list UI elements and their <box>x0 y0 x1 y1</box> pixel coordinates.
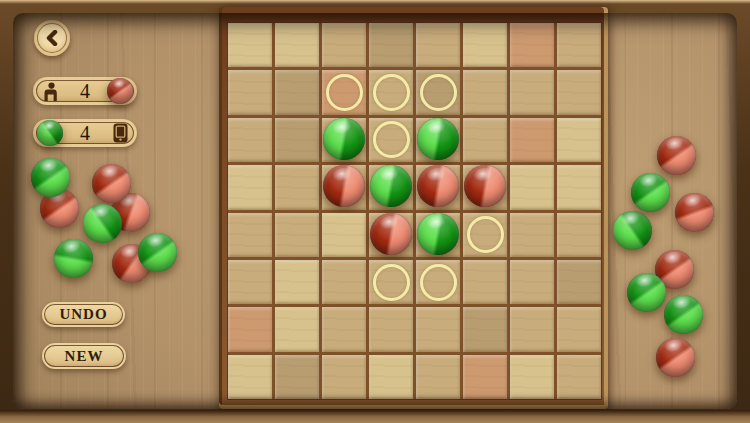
green-piece <box>664 295 703 334</box>
cell-h2[interactable] <box>557 70 601 114</box>
cell-g6[interactable] <box>510 260 554 304</box>
player-score-pill: 4 <box>33 77 137 105</box>
cell-b3[interactable] <box>275 118 319 162</box>
cell-b1[interactable] <box>275 23 319 67</box>
cell-d4[interactable] <box>369 165 413 209</box>
cell-h4[interactable] <box>557 165 601 209</box>
cell-e2[interactable] <box>416 70 460 114</box>
cell-d6[interactable] <box>369 260 413 304</box>
red-piece <box>417 165 459 207</box>
cell-b7[interactable] <box>275 307 319 351</box>
back-button[interactable] <box>34 20 70 56</box>
cell-h7[interactable] <box>557 307 601 351</box>
cell-g1[interactable] <box>510 23 554 67</box>
green-piece <box>417 213 459 255</box>
cell-d3[interactable] <box>369 118 413 162</box>
red-piece <box>656 338 695 377</box>
cell-a5[interactable] <box>228 213 272 257</box>
chevron-left-icon <box>44 30 60 46</box>
undo-button[interactable]: UNDO <box>42 302 125 327</box>
cpu-score-pill: 4 <box>33 119 137 147</box>
cell-f7[interactable] <box>463 307 507 351</box>
legal-move-ring[interactable] <box>420 74 457 111</box>
cell-f2[interactable] <box>463 70 507 114</box>
cell-g5[interactable] <box>510 213 554 257</box>
cell-e4[interactable] <box>416 165 460 209</box>
cell-c1[interactable] <box>322 23 366 67</box>
cell-h8[interactable] <box>557 355 601 399</box>
cell-e3[interactable] <box>416 118 460 162</box>
game-board <box>219 7 608 409</box>
green-piece <box>323 118 365 160</box>
cell-e5[interactable] <box>416 213 460 257</box>
undo-button-label: UNDO <box>59 306 107 323</box>
cell-f8[interactable] <box>463 355 507 399</box>
wooden-frame-bottom <box>0 410 750 423</box>
cell-g8[interactable] <box>510 355 554 399</box>
green-piece <box>613 211 652 250</box>
cell-h1[interactable] <box>557 23 601 67</box>
cell-f5[interactable] <box>463 213 507 257</box>
cell-b6[interactable] <box>275 260 319 304</box>
cell-f4[interactable] <box>463 165 507 209</box>
cell-h6[interactable] <box>557 260 601 304</box>
cell-a2[interactable] <box>228 70 272 114</box>
cell-b2[interactable] <box>275 70 319 114</box>
red-piece <box>464 165 506 207</box>
cell-h3[interactable] <box>557 118 601 162</box>
cell-g3[interactable] <box>510 118 554 162</box>
cell-b5[interactable] <box>275 213 319 257</box>
green-piece <box>370 165 412 207</box>
cell-a3[interactable] <box>228 118 272 162</box>
cell-c8[interactable] <box>322 355 366 399</box>
cell-g2[interactable] <box>510 70 554 114</box>
cell-e6[interactable] <box>416 260 460 304</box>
cell-a4[interactable] <box>228 165 272 209</box>
cell-a6[interactable] <box>228 260 272 304</box>
cell-d5[interactable] <box>369 213 413 257</box>
cell-g4[interactable] <box>510 165 554 209</box>
cell-c7[interactable] <box>322 307 366 351</box>
cpu-score-value: 4 <box>67 119 103 147</box>
cell-f3[interactable] <box>463 118 507 162</box>
legal-move-ring[interactable] <box>467 216 504 253</box>
legal-move-ring[interactable] <box>326 74 363 111</box>
cell-c6[interactable] <box>322 260 366 304</box>
green-piece <box>631 173 670 212</box>
player-piece-slot <box>103 77 137 105</box>
cell-d2[interactable] <box>369 70 413 114</box>
cell-a7[interactable] <box>228 307 272 351</box>
legal-move-ring[interactable] <box>373 264 410 301</box>
cell-c4[interactable] <box>322 165 366 209</box>
green-piece <box>31 158 70 197</box>
board-grid <box>227 22 602 400</box>
person-icon <box>33 77 67 105</box>
green-piece <box>138 233 177 272</box>
cell-g7[interactable] <box>510 307 554 351</box>
cell-a1[interactable] <box>228 23 272 67</box>
cell-d1[interactable] <box>369 23 413 67</box>
cell-c5[interactable] <box>322 213 366 257</box>
legal-move-ring[interactable] <box>373 74 410 111</box>
green-piece <box>83 204 122 243</box>
red-piece <box>323 165 365 207</box>
cell-e1[interactable] <box>416 23 460 67</box>
new-game-button-label: NEW <box>65 348 104 365</box>
cell-c3[interactable] <box>322 118 366 162</box>
green-piece <box>627 273 666 312</box>
cell-e7[interactable] <box>416 307 460 351</box>
legal-move-ring[interactable] <box>373 121 410 158</box>
table-surface: 4 4 UNDO NEW <box>13 13 737 409</box>
green-piece <box>417 118 459 160</box>
cell-c2[interactable] <box>322 70 366 114</box>
game-screen: 4 4 UNDO NEW <box>0 0 750 423</box>
cell-a8[interactable] <box>228 355 272 399</box>
cell-h5[interactable] <box>557 213 601 257</box>
cell-b8[interactable] <box>275 355 319 399</box>
smartphone-icon <box>103 119 137 147</box>
cell-e8[interactable] <box>416 355 460 399</box>
player-score-value: 4 <box>67 77 103 105</box>
cell-f6[interactable] <box>463 260 507 304</box>
red-piece <box>657 136 696 175</box>
cpu-piece-slot <box>33 119 67 147</box>
new-game-button[interactable]: NEW <box>42 343 126 369</box>
red-piece <box>107 78 133 104</box>
green-piece <box>54 239 93 278</box>
cell-d7[interactable] <box>369 307 413 351</box>
red-piece <box>675 193 714 232</box>
red-piece <box>92 164 131 203</box>
legal-move-ring[interactable] <box>420 264 457 301</box>
green-piece <box>37 120 63 146</box>
cell-f1[interactable] <box>463 23 507 67</box>
cell-b4[interactable] <box>275 165 319 209</box>
red-piece <box>370 213 412 255</box>
cell-d8[interactable] <box>369 355 413 399</box>
